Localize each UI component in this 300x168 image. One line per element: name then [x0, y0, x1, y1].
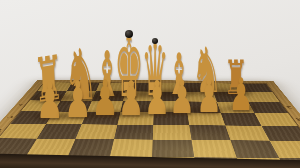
chess-piece-pawn: ♟ [118, 74, 145, 122]
photo-frame: Photograph of a vintage Soviet-style woo… [0, 0, 300, 168]
chess-piece-pawn: ♟ [228, 72, 253, 117]
chess-piece-pawn: ♟ [144, 74, 170, 121]
king-finial [125, 30, 133, 38]
chess-piece-pawn: ♟ [64, 75, 92, 125]
chess-piece-pawn: ♟ [91, 74, 118, 123]
queen-finial [152, 38, 158, 44]
chess-piece-pawn: ♟ [36, 76, 64, 126]
pieces-layer: ♜♞♝♚♛♝♞♜♟♟♟♟♟♟♟♟ [0, 0, 300, 168]
chess-piece-pawn: ♟ [169, 74, 195, 120]
chess-piece-pawn: ♟ [196, 73, 222, 119]
